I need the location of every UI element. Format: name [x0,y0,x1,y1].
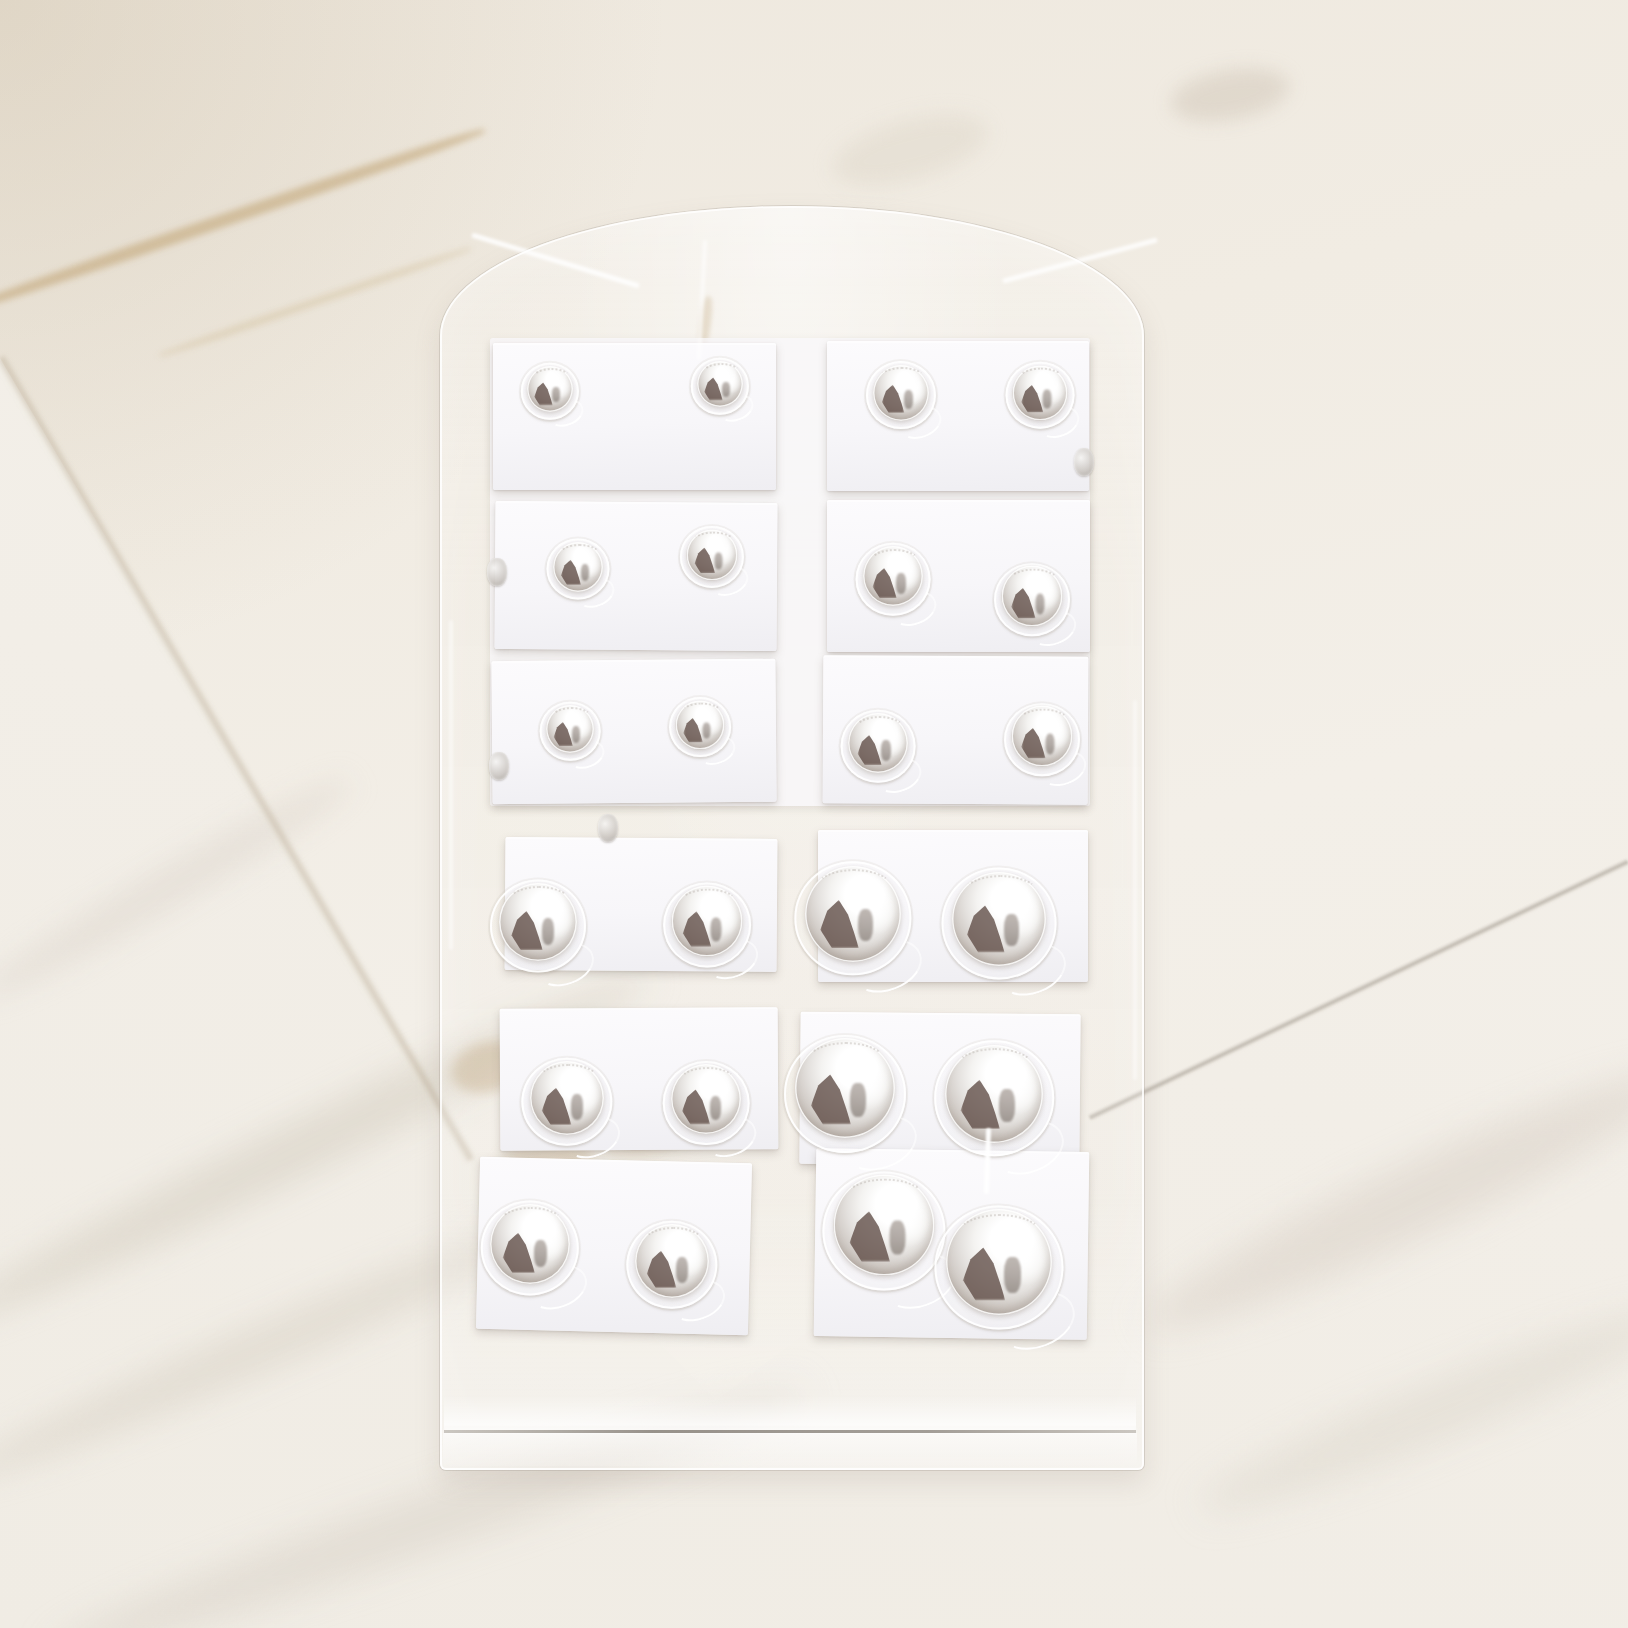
highlight [1004,1257,1021,1293]
highlight [1004,914,1019,946]
highlight [858,909,873,942]
earring-stud-r5c1-2 [661,1057,752,1145]
highlight [711,918,722,942]
earring-stud-r2c2-1 [854,540,932,616]
earring-card-r3c1 [491,659,776,804]
earring-stud-r2c2-2 [992,560,1071,637]
vein-mark [158,244,473,359]
earring-stud-r4c2-1 [791,856,916,977]
earring-stud-r1c2-1 [865,359,938,430]
smudge-mark [825,100,995,199]
earring-stud-r2c1-2 [679,524,745,588]
highlight [722,382,729,398]
earring-stud-r5c2-1 [780,1028,910,1154]
highlight [889,1220,905,1254]
highlight [896,573,906,593]
earring-stud-r6c2-2 [930,1198,1068,1332]
highlight [534,1240,547,1267]
earring-stud-r5c2-2 [930,1034,1057,1157]
smudge-mark [1167,60,1294,130]
highlight [572,726,580,742]
highlight [881,740,891,760]
earring-stud-r4c1-2 [661,878,753,967]
earring-stud-r6c1-1 [478,1196,582,1297]
earring-back-1 [487,558,507,586]
earring-stud-r3c2-1 [839,707,917,783]
highlight [1035,593,1045,614]
earring-back-3 [598,814,618,842]
earring-stud-r3c2-2 [1002,700,1081,777]
highlight [715,552,723,569]
highlight [1043,390,1052,409]
vein-mark [0,124,487,319]
earring-stud-r4c2-2 [938,862,1060,980]
highlight [676,1257,688,1282]
pouch-seam-glare [444,1396,1136,1430]
earring-back-2 [489,752,509,780]
earring-stud-r6c1-2 [624,1216,720,1309]
pouch-foot-strip [443,1433,1137,1466]
earring-stud-r3c1-2 [668,695,732,757]
highlight [999,1089,1015,1122]
highlight [904,390,913,409]
highlight [710,1096,721,1120]
highlight [552,387,559,403]
highlight [581,564,589,581]
earring-stud-r1c2-2 [1004,359,1076,428]
earring-stud-r1c1-2 [690,356,750,414]
highlight [571,1094,583,1119]
earring-back-4 [1074,448,1094,476]
highlight [850,1083,866,1117]
product-photo [0,0,1628,1628]
earring-stud-r3c1-1 [539,700,601,760]
earring-stud-r4c1-1 [487,875,588,973]
earring-stud-r5c1-1 [519,1053,615,1146]
highlight [1045,733,1055,754]
highlight [542,918,554,945]
earring-stud-r1c1-1 [520,361,580,419]
highlight [702,722,710,739]
earring-stud-r2c1-1 [546,537,611,600]
